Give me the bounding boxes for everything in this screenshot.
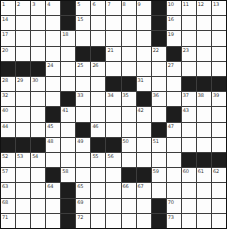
grid-cell[interactable] bbox=[16, 92, 30, 106]
grid-cell[interactable] bbox=[46, 77, 60, 91]
grid-cell[interactable] bbox=[152, 107, 166, 121]
black-cell bbox=[212, 77, 226, 91]
grid-cell[interactable] bbox=[212, 214, 226, 228]
grid-cell[interactable] bbox=[137, 31, 151, 45]
clue-number: 54 bbox=[32, 153, 38, 159]
clue-number: 50 bbox=[123, 138, 129, 144]
grid-cell[interactable] bbox=[137, 153, 151, 167]
grid-cell[interactable]: 54 bbox=[31, 153, 45, 167]
grid-cell[interactable]: 66 bbox=[122, 183, 136, 197]
grid-cell[interactable] bbox=[167, 153, 181, 167]
grid-cell[interactable]: 24 bbox=[46, 62, 60, 76]
grid-cell[interactable] bbox=[61, 77, 75, 91]
grid-cell[interactable]: 23 bbox=[182, 47, 196, 61]
clue-number: 45 bbox=[47, 123, 53, 129]
clue-number: 43 bbox=[183, 107, 189, 113]
clue-number: 38 bbox=[198, 92, 204, 98]
black-cell bbox=[76, 47, 90, 61]
black-cell bbox=[212, 153, 226, 167]
grid-cell[interactable] bbox=[16, 168, 30, 182]
grid-cell[interactable]: 44 bbox=[1, 123, 15, 137]
clue-number: 44 bbox=[2, 123, 8, 129]
grid-cell[interactable]: 4 bbox=[46, 1, 60, 15]
grid-cell[interactable] bbox=[182, 199, 196, 213]
grid-cell[interactable]: 14 bbox=[1, 16, 15, 30]
clue-number: 36 bbox=[153, 92, 159, 98]
black-cell bbox=[31, 138, 45, 152]
black-cell bbox=[137, 168, 151, 182]
grid-cell[interactable]: 31 bbox=[137, 77, 151, 91]
clue-number: 20 bbox=[2, 47, 8, 53]
grid-cell[interactable] bbox=[212, 62, 226, 76]
black-cell bbox=[152, 31, 166, 45]
grid-cell[interactable]: 63 bbox=[1, 183, 15, 197]
clue-number: 40 bbox=[2, 107, 8, 113]
grid-cell[interactable]: 17 bbox=[1, 31, 15, 45]
grid-cell[interactable] bbox=[167, 183, 181, 197]
grid-cell[interactable]: 72 bbox=[76, 214, 90, 228]
grid-cell[interactable] bbox=[106, 62, 120, 76]
grid-cell[interactable] bbox=[152, 62, 166, 76]
grid-cell[interactable]: 50 bbox=[122, 138, 136, 152]
grid-cell[interactable]: 60 bbox=[182, 168, 196, 182]
black-cell bbox=[182, 153, 196, 167]
grid-cell[interactable] bbox=[106, 183, 120, 197]
black-cell bbox=[152, 214, 166, 228]
clue-number: 28 bbox=[2, 77, 8, 83]
clue-number: 57 bbox=[2, 168, 8, 174]
grid-cell[interactable]: 29 bbox=[16, 77, 30, 91]
grid-cell[interactable]: 64 bbox=[46, 183, 60, 197]
clue-number: 69 bbox=[77, 199, 83, 205]
grid-cell[interactable]: 10 bbox=[167, 1, 181, 15]
clue-number: 1 bbox=[2, 1, 5, 7]
grid-cell[interactable]: 46 bbox=[91, 123, 105, 137]
grid-cell[interactable] bbox=[182, 16, 196, 30]
grid-cell[interactable] bbox=[106, 168, 120, 182]
grid-cell[interactable] bbox=[106, 16, 120, 30]
clue-number: 66 bbox=[123, 183, 129, 189]
grid-cell[interactable]: 25 bbox=[76, 62, 90, 76]
black-cell bbox=[152, 123, 166, 137]
grid-cell[interactable] bbox=[31, 47, 45, 61]
grid-cell[interactable] bbox=[91, 168, 105, 182]
grid-cell[interactable]: 61 bbox=[197, 168, 211, 182]
black-cell bbox=[122, 168, 136, 182]
grid-cell[interactable] bbox=[212, 31, 226, 45]
grid-cell[interactable] bbox=[137, 123, 151, 137]
grid-cell[interactable] bbox=[137, 16, 151, 30]
grid-cell[interactable]: 28 bbox=[1, 77, 15, 91]
grid-cell[interactable]: 16 bbox=[167, 16, 181, 30]
grid-cell[interactable]: 49 bbox=[76, 138, 90, 152]
grid-cell[interactable] bbox=[31, 31, 45, 45]
grid-cell[interactable] bbox=[122, 107, 136, 121]
clue-number: 2 bbox=[17, 1, 20, 7]
clue-number: 10 bbox=[168, 1, 174, 7]
grid-cell[interactable] bbox=[46, 47, 60, 61]
grid-cell[interactable] bbox=[106, 31, 120, 45]
black-cell bbox=[167, 107, 181, 121]
clue-number: 73 bbox=[168, 214, 174, 220]
clue-number: 12 bbox=[198, 1, 204, 7]
grid-cell[interactable] bbox=[76, 168, 90, 182]
grid-cell[interactable] bbox=[197, 107, 211, 121]
clue-number: 24 bbox=[47, 62, 53, 68]
grid-cell[interactable] bbox=[182, 214, 196, 228]
grid-cell[interactable] bbox=[212, 47, 226, 61]
grid-cell[interactable]: 71 bbox=[1, 214, 15, 228]
grid-cell[interactable] bbox=[91, 214, 105, 228]
grid-cell[interactable]: 48 bbox=[46, 138, 60, 152]
grid-cell[interactable]: 65 bbox=[76, 183, 90, 197]
grid-cell[interactable]: 26 bbox=[91, 62, 105, 76]
grid-cell[interactable] bbox=[152, 183, 166, 197]
grid-cell[interactable] bbox=[167, 77, 181, 91]
clue-number: 42 bbox=[138, 107, 144, 113]
grid-cell[interactable] bbox=[61, 62, 75, 76]
grid-cell[interactable]: 41 bbox=[61, 107, 75, 121]
grid-cell[interactable] bbox=[212, 183, 226, 197]
grid-cell[interactable]: 68 bbox=[1, 199, 15, 213]
grid-cell[interactable] bbox=[197, 183, 211, 197]
clue-number: 3 bbox=[32, 1, 35, 7]
grid-cell[interactable] bbox=[91, 107, 105, 121]
clue-number: 14 bbox=[2, 16, 8, 22]
grid-cell[interactable]: 18 bbox=[61, 31, 75, 45]
grid-cell[interactable] bbox=[137, 138, 151, 152]
grid-cell[interactable] bbox=[182, 138, 196, 152]
grid-cell[interactable]: 62 bbox=[212, 168, 226, 182]
grid-cell[interactable] bbox=[61, 47, 75, 61]
grid-cell[interactable] bbox=[31, 123, 45, 137]
clue-number: 13 bbox=[213, 1, 219, 7]
black-cell bbox=[1, 138, 15, 152]
grid-cell[interactable] bbox=[91, 77, 105, 91]
clue-number: 65 bbox=[77, 183, 83, 189]
grid-cell[interactable] bbox=[16, 199, 30, 213]
black-cell bbox=[61, 16, 75, 30]
clue-number: 11 bbox=[183, 1, 189, 7]
black-cell bbox=[152, 16, 166, 30]
black-cell bbox=[91, 47, 105, 61]
black-cell bbox=[91, 138, 105, 152]
clue-number: 25 bbox=[77, 62, 83, 68]
clue-number: 63 bbox=[2, 183, 8, 189]
grid-cell[interactable] bbox=[31, 168, 45, 182]
clue-number: 34 bbox=[107, 92, 113, 98]
grid-cell[interactable]: 42 bbox=[137, 107, 151, 121]
grid-cell[interactable]: 59 bbox=[152, 168, 166, 182]
grid-cell[interactable] bbox=[61, 123, 75, 137]
black-cell bbox=[106, 77, 120, 91]
grid-cell[interactable] bbox=[76, 153, 90, 167]
clue-number: 35 bbox=[123, 92, 129, 98]
grid-cell[interactable] bbox=[182, 123, 196, 137]
clue-number: 8 bbox=[123, 1, 126, 7]
grid-cell[interactable] bbox=[122, 123, 136, 137]
grid-cell[interactable] bbox=[122, 214, 136, 228]
grid-cell[interactable] bbox=[91, 16, 105, 30]
black-cell bbox=[46, 107, 60, 121]
grid-cell[interactable]: 40 bbox=[1, 107, 15, 121]
clue-number: 60 bbox=[183, 168, 189, 174]
clue-number: 30 bbox=[32, 77, 38, 83]
black-cell bbox=[61, 183, 75, 197]
grid-cell[interactable]: 36 bbox=[152, 92, 166, 106]
grid-cell[interactable] bbox=[46, 92, 60, 106]
grid-cell[interactable] bbox=[152, 77, 166, 91]
clue-number: 61 bbox=[198, 168, 204, 174]
grid-cell[interactable] bbox=[122, 153, 136, 167]
clue-number: 59 bbox=[153, 168, 159, 174]
grid-cell[interactable]: 39 bbox=[212, 92, 226, 106]
grid-cell[interactable]: 73 bbox=[167, 214, 181, 228]
grid-cell[interactable]: 35 bbox=[122, 92, 136, 106]
grid-cell[interactable] bbox=[212, 107, 226, 121]
black-cell bbox=[31, 62, 45, 76]
grid-cell[interactable]: 45 bbox=[46, 123, 60, 137]
grid-cell[interactable] bbox=[137, 47, 151, 61]
grid-cell[interactable] bbox=[76, 31, 90, 45]
grid-cell[interactable] bbox=[212, 199, 226, 213]
grid-cell[interactable] bbox=[16, 183, 30, 197]
clue-number: 55 bbox=[92, 153, 98, 159]
clue-number: 15 bbox=[77, 16, 83, 22]
black-cell bbox=[167, 47, 181, 61]
clue-number: 9 bbox=[138, 1, 141, 7]
grid-cell[interactable] bbox=[197, 47, 211, 61]
black-cell bbox=[76, 123, 90, 137]
grid-cell[interactable] bbox=[122, 199, 136, 213]
grid-cell[interactable]: 33 bbox=[76, 92, 90, 106]
clue-number: 19 bbox=[168, 31, 174, 37]
clue-number: 62 bbox=[213, 168, 219, 174]
clue-number: 49 bbox=[77, 138, 83, 144]
grid-cell[interactable]: 27 bbox=[167, 62, 181, 76]
clue-number: 5 bbox=[77, 1, 80, 7]
grid-cell[interactable] bbox=[197, 214, 211, 228]
grid-cell[interactable]: 7 bbox=[106, 1, 120, 15]
black-cell bbox=[122, 77, 136, 91]
clue-number: 56 bbox=[107, 153, 113, 159]
grid-cell[interactable] bbox=[152, 153, 166, 167]
grid-cell[interactable] bbox=[16, 214, 30, 228]
grid-cell[interactable] bbox=[106, 107, 120, 121]
grid-cell[interactable] bbox=[167, 138, 181, 152]
grid-cell[interactable]: 34 bbox=[106, 92, 120, 106]
grid-cell[interactable]: 5 bbox=[76, 1, 90, 15]
grid-cell[interactable] bbox=[197, 31, 211, 45]
grid-cell[interactable]: 9 bbox=[137, 1, 151, 15]
grid-cell[interactable]: 69 bbox=[76, 199, 90, 213]
clue-number: 41 bbox=[62, 107, 68, 113]
clue-number: 67 bbox=[138, 183, 144, 189]
grid-cell[interactable] bbox=[167, 92, 181, 106]
grid-cell[interactable]: 19 bbox=[167, 31, 181, 45]
grid-cell[interactable]: 20 bbox=[1, 47, 15, 61]
grid-cell[interactable] bbox=[76, 77, 90, 91]
grid-cell[interactable]: 70 bbox=[167, 199, 181, 213]
grid-cell[interactable] bbox=[31, 199, 45, 213]
clue-number: 48 bbox=[47, 138, 53, 144]
grid-cell[interactable]: 37 bbox=[182, 92, 196, 106]
clue-number: 64 bbox=[47, 183, 53, 189]
clue-number: 33 bbox=[77, 92, 83, 98]
clue-number: 53 bbox=[17, 153, 23, 159]
grid-cell[interactable] bbox=[16, 47, 30, 61]
grid-cell[interactable] bbox=[197, 138, 211, 152]
grid-cell[interactable] bbox=[16, 107, 30, 121]
grid-cell[interactable]: 21 bbox=[106, 47, 120, 61]
grid-cell[interactable] bbox=[31, 16, 45, 30]
clue-number: 32 bbox=[2, 92, 8, 98]
clue-number: 39 bbox=[213, 92, 219, 98]
grid-cell[interactable] bbox=[212, 138, 226, 152]
clue-number: 22 bbox=[153, 47, 159, 53]
clue-number: 71 bbox=[2, 214, 8, 220]
grid-cell[interactable]: 53 bbox=[16, 153, 30, 167]
black-cell bbox=[16, 138, 30, 152]
grid-cell[interactable] bbox=[46, 199, 60, 213]
black-cell bbox=[197, 153, 211, 167]
grid-cell[interactable] bbox=[91, 183, 105, 197]
grid-cell[interactable] bbox=[197, 62, 211, 76]
grid-cell[interactable] bbox=[31, 214, 45, 228]
grid-cell[interactable] bbox=[76, 107, 90, 121]
grid-cell[interactable]: 52 bbox=[1, 153, 15, 167]
black-cell bbox=[61, 92, 75, 106]
grid-cell[interactable]: 15 bbox=[76, 16, 90, 30]
clue-number: 18 bbox=[62, 31, 68, 37]
grid-cell[interactable]: 58 bbox=[61, 168, 75, 182]
clue-number: 6 bbox=[92, 1, 95, 7]
black-cell bbox=[137, 92, 151, 106]
grid-cell[interactable] bbox=[212, 123, 226, 137]
clue-number: 7 bbox=[107, 1, 110, 7]
grid-cell[interactable] bbox=[31, 92, 45, 106]
grid-cell[interactable]: 43 bbox=[182, 107, 196, 121]
clue-number: 68 bbox=[2, 199, 8, 205]
grid-cell[interactable]: 22 bbox=[152, 47, 166, 61]
black-cell bbox=[16, 62, 30, 76]
clue-number: 47 bbox=[168, 123, 174, 129]
grid-cell[interactable] bbox=[122, 62, 136, 76]
clue-number: 37 bbox=[183, 92, 189, 98]
grid-cell[interactable] bbox=[91, 199, 105, 213]
clue-number: 23 bbox=[183, 47, 189, 53]
grid-cell[interactable] bbox=[137, 199, 151, 213]
grid-cell[interactable]: 38 bbox=[197, 92, 211, 106]
grid-cell[interactable]: 57 bbox=[1, 168, 15, 182]
black-cell bbox=[61, 199, 75, 213]
grid-cell[interactable] bbox=[197, 16, 211, 30]
grid-cell[interactable] bbox=[137, 62, 151, 76]
grid-cell[interactable]: 6 bbox=[91, 1, 105, 15]
black-cell bbox=[1, 62, 15, 76]
black-cell bbox=[46, 168, 60, 182]
clue-number: 31 bbox=[138, 77, 144, 83]
clue-number: 46 bbox=[92, 123, 98, 129]
grid-cell[interactable] bbox=[31, 107, 45, 121]
grid-cell[interactable] bbox=[122, 16, 136, 30]
grid-cell[interactable]: 13 bbox=[212, 1, 226, 15]
grid-cell[interactable] bbox=[91, 92, 105, 106]
clue-number: 17 bbox=[2, 31, 8, 37]
clue-number: 21 bbox=[107, 47, 113, 53]
grid-cell[interactable] bbox=[16, 16, 30, 30]
clue-number: 26 bbox=[92, 62, 98, 68]
grid-cell[interactable]: 1 bbox=[1, 1, 15, 15]
grid-cell[interactable] bbox=[91, 31, 105, 45]
crossword-grid: 1234567891011121314151617181920212223242… bbox=[0, 0, 227, 229]
grid-cell[interactable] bbox=[197, 199, 211, 213]
grid-cell[interactable] bbox=[137, 214, 151, 228]
grid-cell[interactable]: 55 bbox=[91, 153, 105, 167]
grid-cell[interactable]: 56 bbox=[106, 153, 120, 167]
grid-cell[interactable] bbox=[122, 31, 136, 45]
grid-cell[interactable]: 32 bbox=[1, 92, 15, 106]
grid-cell[interactable] bbox=[106, 123, 120, 137]
grid-cell[interactable]: 51 bbox=[152, 138, 166, 152]
clue-number: 52 bbox=[2, 153, 8, 159]
grid-cell[interactable]: 47 bbox=[167, 123, 181, 137]
grid-cell[interactable] bbox=[182, 183, 196, 197]
black-cell bbox=[106, 138, 120, 152]
grid-cell[interactable]: 11 bbox=[182, 1, 196, 15]
grid-cell[interactable] bbox=[46, 31, 60, 45]
black-cell bbox=[61, 214, 75, 228]
grid-cell[interactable] bbox=[122, 47, 136, 61]
grid-cell[interactable]: 8 bbox=[122, 1, 136, 15]
grid-cell[interactable]: 30 bbox=[31, 77, 45, 91]
grid-cell[interactable] bbox=[197, 123, 211, 137]
grid-cell[interactable] bbox=[167, 168, 181, 182]
black-cell bbox=[182, 77, 196, 91]
clue-number: 4 bbox=[47, 1, 50, 7]
grid-cell[interactable]: 12 bbox=[197, 1, 211, 15]
grid-cell[interactable] bbox=[106, 214, 120, 228]
grid-cell[interactable]: 3 bbox=[31, 1, 45, 15]
grid-cell[interactable] bbox=[16, 123, 30, 137]
grid-cell[interactable]: 2 bbox=[16, 1, 30, 15]
grid-cell[interactable] bbox=[61, 138, 75, 152]
grid-cell[interactable] bbox=[31, 183, 45, 197]
clue-number: 27 bbox=[168, 62, 174, 68]
clue-number: 29 bbox=[17, 77, 23, 83]
clue-number: 51 bbox=[153, 138, 159, 144]
grid-cell[interactable]: 67 bbox=[137, 183, 151, 197]
grid-cell[interactable] bbox=[16, 31, 30, 45]
grid-cell[interactable] bbox=[212, 16, 226, 30]
grid-cell[interactable] bbox=[46, 153, 60, 167]
clue-number: 16 bbox=[168, 16, 174, 22]
black-cell bbox=[61, 1, 75, 15]
grid-cell[interactable] bbox=[182, 62, 196, 76]
grid-cell[interactable] bbox=[46, 16, 60, 30]
black-cell bbox=[197, 77, 211, 91]
clue-number: 72 bbox=[77, 214, 83, 220]
grid-cell[interactable] bbox=[182, 31, 196, 45]
grid-cell[interactable] bbox=[46, 214, 60, 228]
grid-cell[interactable] bbox=[106, 199, 120, 213]
black-cell bbox=[152, 199, 166, 213]
clue-number: 70 bbox=[168, 199, 174, 205]
black-cell bbox=[152, 1, 166, 15]
clue-number: 58 bbox=[62, 168, 68, 174]
grid-cell[interactable] bbox=[61, 153, 75, 167]
